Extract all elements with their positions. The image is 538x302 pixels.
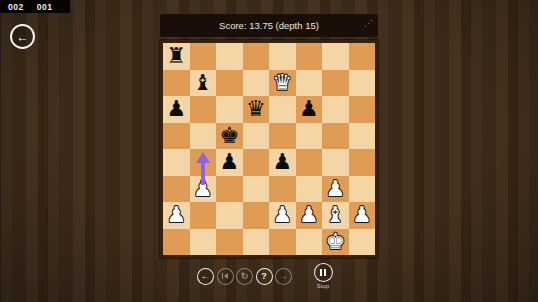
square-h6[interactable] <box>349 96 376 123</box>
square-d6[interactable]: ♛ <box>243 96 270 123</box>
skip-to-start-icon <box>222 273 224 279</box>
piece-black-pawn[interactable]: ♟ <box>272 151 292 173</box>
square-b1[interactable] <box>190 229 217 256</box>
piece-black-pawn[interactable]: ♟ <box>299 98 319 120</box>
square-h3[interactable] <box>349 176 376 203</box>
square-d5[interactable] <box>243 123 270 150</box>
playback-controls: ← ↻ ? → Stop <box>197 265 333 287</box>
square-b3[interactable]: ♟ <box>190 176 217 203</box>
square-d4[interactable] <box>243 149 270 176</box>
square-e7[interactable]: ♛ <box>269 70 296 97</box>
back-arrow-icon: ← <box>17 30 29 44</box>
score-text: Score: 13.75 (depth 15) <box>219 20 319 31</box>
square-g2[interactable]: ♝ <box>322 202 349 229</box>
piece-white-pawn[interactable]: ♟ <box>193 178 213 200</box>
square-e4[interactable]: ♟ <box>269 149 296 176</box>
square-d1[interactable] <box>243 229 270 256</box>
square-a3[interactable] <box>163 176 190 203</box>
stop-label: Stop <box>317 283 329 289</box>
square-a8[interactable]: ♜ <box>163 43 190 70</box>
square-d3[interactable] <box>243 176 270 203</box>
puzzle-counters: 002 001 <box>0 0 70 13</box>
square-b2[interactable] <box>190 202 217 229</box>
square-c3[interactable] <box>216 176 243 203</box>
square-d8[interactable] <box>243 43 270 70</box>
square-g6[interactable] <box>322 96 349 123</box>
previous-move-button[interactable]: ← <box>197 268 214 285</box>
counter-left: 002 <box>8 2 24 12</box>
stop-button[interactable] <box>314 263 333 282</box>
square-e1[interactable] <box>269 229 296 256</box>
chess-board: ♜♝♛♟♛♟♚♟♟♟♟♟♟♟♝♟♚ <box>160 40 378 258</box>
piece-black-pawn[interactable]: ♟ <box>219 151 239 173</box>
square-b6[interactable] <box>190 96 217 123</box>
skip-to-start-button[interactable] <box>217 268 234 285</box>
left-arrow-icon: ← <box>201 271 211 281</box>
square-e8[interactable] <box>269 43 296 70</box>
square-g4[interactable] <box>322 149 349 176</box>
square-h7[interactable] <box>349 70 376 97</box>
piece-black-king[interactable]: ♚ <box>219 125 239 147</box>
square-e6[interactable] <box>269 96 296 123</box>
piece-white-pawn[interactable]: ♟ <box>166 204 186 226</box>
square-b4[interactable] <box>190 149 217 176</box>
piece-white-pawn[interactable]: ♟ <box>325 178 345 200</box>
right-arrow-icon: → <box>279 271 289 281</box>
piece-white-bishop[interactable]: ♝ <box>325 204 345 226</box>
square-f3[interactable] <box>296 176 323 203</box>
square-a6[interactable]: ♟ <box>163 96 190 123</box>
square-d2[interactable] <box>243 202 270 229</box>
square-c1[interactable] <box>216 229 243 256</box>
square-e3[interactable] <box>269 176 296 203</box>
square-b8[interactable] <box>190 43 217 70</box>
square-f8[interactable] <box>296 43 323 70</box>
square-g8[interactable] <box>322 43 349 70</box>
square-b7[interactable]: ♝ <box>190 70 217 97</box>
square-e5[interactable] <box>269 123 296 150</box>
retry-button[interactable]: ↻ <box>236 268 253 285</box>
piece-black-bishop[interactable]: ♝ <box>193 72 213 94</box>
square-f2[interactable]: ♟ <box>296 202 323 229</box>
square-h5[interactable] <box>349 123 376 150</box>
square-g1[interactable]: ♚ <box>322 229 349 256</box>
piece-black-pawn[interactable]: ♟ <box>166 98 186 120</box>
square-f7[interactable] <box>296 70 323 97</box>
square-a1[interactable] <box>163 229 190 256</box>
square-h8[interactable] <box>349 43 376 70</box>
square-h1[interactable] <box>349 229 376 256</box>
square-f5[interactable] <box>296 123 323 150</box>
square-c8[interactable] <box>216 43 243 70</box>
square-c6[interactable] <box>216 96 243 123</box>
piece-black-queen[interactable]: ♛ <box>246 98 266 120</box>
square-a7[interactable] <box>163 70 190 97</box>
piece-white-pawn[interactable]: ♟ <box>299 204 319 226</box>
question-mark-icon: ? <box>261 271 267 281</box>
square-h2[interactable]: ♟ <box>349 202 376 229</box>
square-g5[interactable] <box>322 123 349 150</box>
piece-white-queen[interactable]: ♛ <box>272 72 292 94</box>
square-e2[interactable]: ♟ <box>269 202 296 229</box>
piece-white-pawn[interactable]: ♟ <box>272 204 292 226</box>
square-g3[interactable]: ♟ <box>322 176 349 203</box>
piece-black-rook[interactable]: ♜ <box>166 45 186 67</box>
square-g7[interactable] <box>322 70 349 97</box>
counter-right: 001 <box>37 2 53 12</box>
square-h4[interactable] <box>349 149 376 176</box>
square-c4[interactable]: ♟ <box>216 149 243 176</box>
square-f1[interactable] <box>296 229 323 256</box>
hint-button[interactable]: ? <box>256 268 273 285</box>
engine-activity-icon: ⋰ <box>364 18 373 28</box>
piece-white-pawn[interactable]: ♟ <box>352 204 372 226</box>
square-f4[interactable] <box>296 149 323 176</box>
chess-board-grid: ♜♝♛♟♛♟♚♟♟♟♟♟♟♟♝♟♚ <box>163 43 375 255</box>
back-button[interactable]: ← <box>10 24 35 49</box>
square-a2[interactable]: ♟ <box>163 202 190 229</box>
square-c7[interactable] <box>216 70 243 97</box>
square-d7[interactable] <box>243 70 270 97</box>
square-c5[interactable]: ♚ <box>216 123 243 150</box>
square-f6[interactable]: ♟ <box>296 96 323 123</box>
next-move-button[interactable]: → <box>275 268 292 285</box>
stop-control: Stop <box>314 263 333 289</box>
pause-icon <box>320 269 322 276</box>
square-c2[interactable] <box>216 202 243 229</box>
square-a5[interactable] <box>163 123 190 150</box>
square-b5[interactable] <box>190 123 217 150</box>
retry-icon: ↻ <box>241 272 249 281</box>
square-a4[interactable] <box>163 149 190 176</box>
piece-white-king[interactable]: ♚ <box>325 231 345 253</box>
score-bar: Score: 13.75 (depth 15) ⋰ <box>160 14 378 37</box>
